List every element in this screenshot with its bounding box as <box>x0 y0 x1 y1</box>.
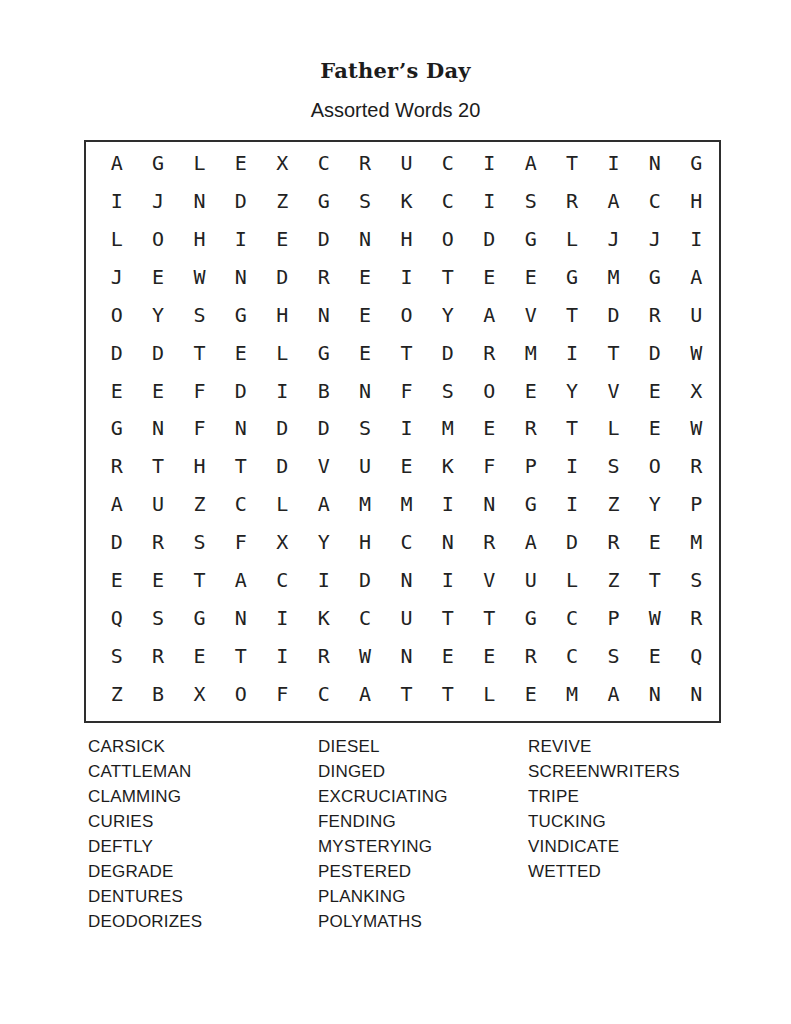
grid-cell[interactable]: K <box>386 182 427 220</box>
grid-cell[interactable]: V <box>510 296 551 334</box>
grid-cell[interactable]: S <box>593 637 634 675</box>
grid-cell[interactable]: S <box>344 410 385 448</box>
grid-cell[interactable]: P <box>676 485 717 523</box>
grid-cell[interactable]: E <box>344 296 385 334</box>
grid-cell[interactable]: V <box>469 561 510 599</box>
grid-cell[interactable]: H <box>344 523 385 561</box>
grid-cell[interactable]: J <box>137 182 178 220</box>
grid-cell[interactable]: S <box>344 182 385 220</box>
grid-cell[interactable]: D <box>262 447 303 485</box>
word-item: VINDICATE <box>528 834 738 859</box>
grid-cell[interactable]: E <box>262 220 303 258</box>
grid-cell[interactable]: D <box>303 410 344 448</box>
grid-cell[interactable]: V <box>593 372 634 410</box>
grid-cell[interactable]: G <box>220 296 261 334</box>
grid-cell[interactable]: B <box>137 675 178 713</box>
grid-cell[interactable]: U <box>386 599 427 637</box>
grid-cell[interactable]: I <box>469 182 510 220</box>
word-item: TUCKING <box>528 809 738 834</box>
grid-cell[interactable]: P <box>593 599 634 637</box>
grid-cell[interactable]: D <box>262 410 303 448</box>
grid-cell[interactable]: C <box>427 182 468 220</box>
grid-cell[interactable]: G <box>179 599 220 637</box>
puzzle-page: Father’s Day Assorted Words 20 AGLEXCRUC… <box>0 0 791 1024</box>
grid-cell[interactable]: D <box>220 182 261 220</box>
grid-cell[interactable]: T <box>179 561 220 599</box>
grid-cell[interactable]: N <box>220 410 261 448</box>
grid-cell[interactable]: T <box>551 296 592 334</box>
grid-cell[interactable]: D <box>593 296 634 334</box>
grid-cell[interactable]: M <box>510 334 551 372</box>
grid-cell[interactable]: G <box>96 410 137 448</box>
grid-cell[interactable]: M <box>593 258 634 296</box>
grid-cell[interactable]: R <box>303 637 344 675</box>
grid-cell[interactable]: T <box>386 675 427 713</box>
grid-cell[interactable]: I <box>386 258 427 296</box>
grid-cell[interactable]: T <box>593 334 634 372</box>
word-column: DIESELDINGEDEXCRUCIATINGFENDINGMYSTERYIN… <box>318 734 528 934</box>
grid-cell[interactable]: Y <box>551 372 592 410</box>
grid-cell[interactable]: K <box>427 447 468 485</box>
grid-cell[interactable]: E <box>634 372 675 410</box>
grid-cell[interactable]: I <box>220 220 261 258</box>
grid-cell[interactable]: A <box>96 485 137 523</box>
grid-cell[interactable]: L <box>469 675 510 713</box>
grid-cell[interactable]: X <box>179 675 220 713</box>
grid-cell[interactable]: D <box>137 334 178 372</box>
grid-cell[interactable]: G <box>676 144 717 182</box>
grid-cell[interactable]: I <box>262 372 303 410</box>
grid-cell[interactable]: S <box>137 599 178 637</box>
grid-cell[interactable]: C <box>551 637 592 675</box>
grid-cell[interactable]: E <box>137 561 178 599</box>
grid-cell[interactable]: G <box>137 144 178 182</box>
grid-cell[interactable]: N <box>220 258 261 296</box>
grid-cell[interactable]: H <box>262 296 303 334</box>
grid-cell[interactable]: L <box>551 220 592 258</box>
grid-cell[interactable]: C <box>262 561 303 599</box>
grid-cell[interactable]: M <box>386 485 427 523</box>
grid-cell[interactable]: E <box>469 410 510 448</box>
grid-cell[interactable]: F <box>179 410 220 448</box>
grid-cell[interactable]: T <box>427 675 468 713</box>
grid-cell[interactable]: M <box>551 675 592 713</box>
grid-cell[interactable]: L <box>551 561 592 599</box>
grid-cell[interactable]: C <box>427 144 468 182</box>
grid-cell[interactable]: F <box>179 372 220 410</box>
grid-cell[interactable]: R <box>510 637 551 675</box>
grid-cell[interactable]: P <box>510 447 551 485</box>
grid-cell[interactable]: I <box>551 334 592 372</box>
grid-cell[interactable]: N <box>344 220 385 258</box>
grid-cell[interactable]: E <box>344 334 385 372</box>
grid-cell[interactable]: A <box>303 485 344 523</box>
grid-cell[interactable]: G <box>510 599 551 637</box>
grid-cell[interactable]: D <box>634 334 675 372</box>
grid-cell[interactable]: B <box>303 372 344 410</box>
grid-cell[interactable]: R <box>137 637 178 675</box>
word-item: EXCRUCIATING <box>318 784 528 809</box>
grid-cell[interactable]: M <box>344 485 385 523</box>
grid-cell[interactable]: F <box>469 447 510 485</box>
grid-cell[interactable]: O <box>96 296 137 334</box>
grid-cell[interactable]: W <box>634 599 675 637</box>
grid-cell[interactable]: R <box>344 144 385 182</box>
grid-cell[interactable]: R <box>469 334 510 372</box>
grid-cell[interactable]: J <box>96 258 137 296</box>
grid-cell[interactable]: T <box>137 447 178 485</box>
grid-cell[interactable]: D <box>427 334 468 372</box>
puzzle-title: Father’s Day <box>0 58 791 83</box>
grid-cell[interactable]: U <box>137 485 178 523</box>
grid-cell[interactable]: D <box>220 372 261 410</box>
grid-cell[interactable]: C <box>551 599 592 637</box>
grid-cell[interactable]: X <box>262 523 303 561</box>
grid-cell[interactable]: Z <box>179 485 220 523</box>
grid-cell[interactable]: E <box>510 258 551 296</box>
word-item: DIESEL <box>318 734 528 759</box>
word-item: CURIES <box>88 809 318 834</box>
grid-cell[interactable]: Y <box>634 485 675 523</box>
grid-cell[interactable]: X <box>262 144 303 182</box>
grid-cell[interactable]: N <box>469 485 510 523</box>
grid-cell[interactable]: O <box>634 447 675 485</box>
grid-cell[interactable]: J <box>593 220 634 258</box>
grid-cell[interactable]: E <box>510 675 551 713</box>
grid-cell[interactable]: I <box>593 144 634 182</box>
grid-cell[interactable]: R <box>510 410 551 448</box>
grid-cell[interactable]: A <box>220 561 261 599</box>
grid-cell[interactable]: W <box>179 258 220 296</box>
grid-cell[interactable]: D <box>262 258 303 296</box>
grid-cell[interactable]: E <box>137 372 178 410</box>
grid-cell[interactable]: F <box>262 675 303 713</box>
grid-cell[interactable]: R <box>676 599 717 637</box>
grid-cell[interactable]: Z <box>96 675 137 713</box>
grid-cell[interactable]: N <box>634 675 675 713</box>
grid-cell[interactable]: T <box>179 334 220 372</box>
grid-cell[interactable]: G <box>510 220 551 258</box>
grid-cell[interactable]: T <box>220 637 261 675</box>
grid-cell[interactable]: A <box>510 523 551 561</box>
grid-cell[interactable]: S <box>179 523 220 561</box>
grid-cell[interactable]: E <box>469 258 510 296</box>
grid-cell[interactable]: T <box>427 599 468 637</box>
word-list: CARSICKCATTLEMANCLAMMINGCURIESDEFTLYDEGR… <box>88 734 738 934</box>
grid-cell[interactable]: A <box>469 296 510 334</box>
grid-cell[interactable]: O <box>137 220 178 258</box>
word-item: DEODORIZES <box>88 909 318 934</box>
grid-cell[interactable]: L <box>96 220 137 258</box>
grid-cell[interactable]: K <box>303 599 344 637</box>
grid-cell[interactable]: O <box>427 220 468 258</box>
grid-cell[interactable]: E <box>220 334 261 372</box>
grid-cell[interactable]: F <box>386 372 427 410</box>
grid-cell[interactable]: W <box>676 334 717 372</box>
grid-cell[interactable]: C <box>220 485 261 523</box>
grid-cell[interactable]: H <box>179 220 220 258</box>
grid-cell[interactable]: I <box>469 144 510 182</box>
grid-cell[interactable]: S <box>510 182 551 220</box>
grid-cell[interactable]: R <box>551 182 592 220</box>
grid-cell[interactable]: A <box>593 182 634 220</box>
grid-cell[interactable]: T <box>386 334 427 372</box>
puzzle-subtitle: Assorted Words 20 <box>0 99 791 122</box>
grid-cell[interactable]: F <box>220 523 261 561</box>
grid-cell[interactable]: I <box>427 485 468 523</box>
grid-cell[interactable]: D <box>469 220 510 258</box>
grid-cell[interactable]: N <box>427 523 468 561</box>
word-item: FENDING <box>318 809 528 834</box>
word-item: CARSICK <box>88 734 318 759</box>
grid-cell[interactable]: E <box>510 372 551 410</box>
grid-cell[interactable]: C <box>303 675 344 713</box>
grid-cell[interactable]: T <box>220 447 261 485</box>
grid-cell[interactable]: Q <box>96 599 137 637</box>
word-column: CARSICKCATTLEMANCLAMMINGCURIESDEFTLYDEGR… <box>88 734 318 934</box>
grid-cell[interactable]: E <box>220 144 261 182</box>
grid-cell[interactable]: L <box>262 485 303 523</box>
word-item: MYSTERYING <box>318 834 528 859</box>
grid-cell[interactable]: R <box>303 258 344 296</box>
grid-cell[interactable]: U <box>676 296 717 334</box>
grid-cell[interactable]: R <box>634 296 675 334</box>
word-item: DEFTLY <box>88 834 318 859</box>
grid-cell[interactable]: G <box>551 258 592 296</box>
grid-cell[interactable]: A <box>593 675 634 713</box>
grid-cell[interactable]: S <box>676 561 717 599</box>
grid-cell[interactable]: D <box>303 220 344 258</box>
grid-cell[interactable]: W <box>676 410 717 448</box>
word-item: DEGRADE <box>88 859 318 884</box>
grid-cell[interactable]: E <box>179 637 220 675</box>
grid-cell[interactable]: N <box>634 144 675 182</box>
word-item: REVIVE <box>528 734 738 759</box>
grid-cell[interactable]: T <box>469 599 510 637</box>
grid-cell[interactable]: E <box>634 410 675 448</box>
grid-cell[interactable]: E <box>96 372 137 410</box>
grid-cell[interactable]: A <box>344 675 385 713</box>
grid-cell[interactable]: H <box>386 220 427 258</box>
grid-cell[interactable]: I <box>427 561 468 599</box>
grid-cell[interactable]: E <box>427 637 468 675</box>
grid-cell[interactable]: G <box>510 485 551 523</box>
grid-cell[interactable]: D <box>96 523 137 561</box>
word-item: CATTLEMAN <box>88 759 318 784</box>
grid-cell[interactable]: S <box>427 372 468 410</box>
grid-cell[interactable]: N <box>676 675 717 713</box>
grid-cell[interactable]: N <box>386 637 427 675</box>
grid-cell[interactable]: N <box>179 182 220 220</box>
grid-cell[interactable]: S <box>593 447 634 485</box>
grid-cell[interactable]: E <box>96 561 137 599</box>
grid-cell[interactable]: R <box>593 523 634 561</box>
grid-cell[interactable]: I <box>386 410 427 448</box>
grid-cell[interactable]: Y <box>427 296 468 334</box>
word-item: PESTERED <box>318 859 528 884</box>
grid-cell[interactable]: R <box>96 447 137 485</box>
grid-cell[interactable]: I <box>676 220 717 258</box>
grid-cell[interactable]: G <box>303 182 344 220</box>
grid-cell[interactable]: T <box>634 561 675 599</box>
grid-cell[interactable]: H <box>676 182 717 220</box>
grid-cell[interactable]: N <box>137 410 178 448</box>
grid-cell[interactable]: I <box>262 637 303 675</box>
word-item: PLANKING <box>318 884 528 909</box>
grid-cell[interactable]: I <box>551 447 592 485</box>
word-item: WETTED <box>528 859 738 884</box>
grid-cell[interactable]: L <box>262 334 303 372</box>
grid-cell[interactable]: Z <box>593 561 634 599</box>
grid-cell[interactable]: D <box>551 523 592 561</box>
grid-cell[interactable]: J <box>634 220 675 258</box>
grid-cell[interactable]: A <box>510 144 551 182</box>
grid-cell[interactable]: E <box>469 637 510 675</box>
grid-cell[interactable]: O <box>220 675 261 713</box>
grid-cell[interactable]: N <box>344 372 385 410</box>
grid-cell[interactable]: E <box>634 523 675 561</box>
grid-cell[interactable]: C <box>634 182 675 220</box>
grid-cell[interactable]: E <box>344 258 385 296</box>
grid-cell[interactable]: A <box>676 258 717 296</box>
grid-cell[interactable]: E <box>137 258 178 296</box>
word-item: SCREENWRITERS <box>528 759 738 784</box>
grid-cell[interactable]: E <box>634 637 675 675</box>
grid-cell[interactable]: T <box>551 144 592 182</box>
grid-cell[interactable]: H <box>179 447 220 485</box>
grid-cell[interactable]: L <box>179 144 220 182</box>
grid-cell[interactable]: U <box>344 447 385 485</box>
grid-cell[interactable]: C <box>344 599 385 637</box>
word-item: DENTURES <box>88 884 318 909</box>
grid-cell[interactable]: I <box>262 599 303 637</box>
grid-cell[interactable]: E <box>386 447 427 485</box>
grid-cell[interactable]: A <box>96 144 137 182</box>
grid-cell[interactable]: I <box>96 182 137 220</box>
grid-cell[interactable]: R <box>676 447 717 485</box>
grid-cell[interactable]: D <box>96 334 137 372</box>
grid-cell[interactable]: Q <box>676 637 717 675</box>
grid-cell[interactable]: T <box>551 410 592 448</box>
grid-cell[interactable]: Y <box>137 296 178 334</box>
grid-cell[interactable]: G <box>634 258 675 296</box>
grid-cell[interactable]: C <box>386 523 427 561</box>
grid-cell[interactable]: I <box>303 561 344 599</box>
word-column: REVIVESCREENWRITERSTRIPETUCKINGVINDICATE… <box>528 734 738 934</box>
grid-cell[interactable]: U <box>386 144 427 182</box>
grid-cell[interactable]: N <box>386 561 427 599</box>
grid-cell[interactable]: I <box>551 485 592 523</box>
grid-cell[interactable]: G <box>303 334 344 372</box>
word-search-grid: AGLEXCRUCIATINGIJNDZGSKCISRACHLOHIEDNHOD… <box>84 140 721 723</box>
grid-cell[interactable]: O <box>469 372 510 410</box>
grid-cell[interactable]: L <box>593 410 634 448</box>
grid-cell[interactable]: C <box>303 144 344 182</box>
grid-cell[interactable]: N <box>303 296 344 334</box>
grid-cell[interactable]: R <box>469 523 510 561</box>
grid-cell[interactable]: R <box>137 523 178 561</box>
grid-cell[interactable]: X <box>676 372 717 410</box>
word-item: DINGED <box>318 759 528 784</box>
grid-cell[interactable]: Y <box>303 523 344 561</box>
grid-cell[interactable]: S <box>179 296 220 334</box>
grid-cell[interactable]: U <box>510 561 551 599</box>
grid-cell[interactable]: M <box>427 410 468 448</box>
word-item: CLAMMING <box>88 784 318 809</box>
grid-cell[interactable]: M <box>676 523 717 561</box>
grid-cell[interactable]: Z <box>262 182 303 220</box>
grid-cell[interactable]: D <box>344 561 385 599</box>
grid-cell[interactable]: W <box>344 637 385 675</box>
grid-cell[interactable]: N <box>220 599 261 637</box>
word-item: POLYMATHS <box>318 909 528 934</box>
grid-cell[interactable]: Z <box>593 485 634 523</box>
word-item: TRIPE <box>528 784 738 809</box>
grid-cell[interactable]: T <box>427 258 468 296</box>
grid-cell[interactable]: S <box>96 637 137 675</box>
grid-cell[interactable]: O <box>386 296 427 334</box>
grid-cell[interactable]: V <box>303 447 344 485</box>
